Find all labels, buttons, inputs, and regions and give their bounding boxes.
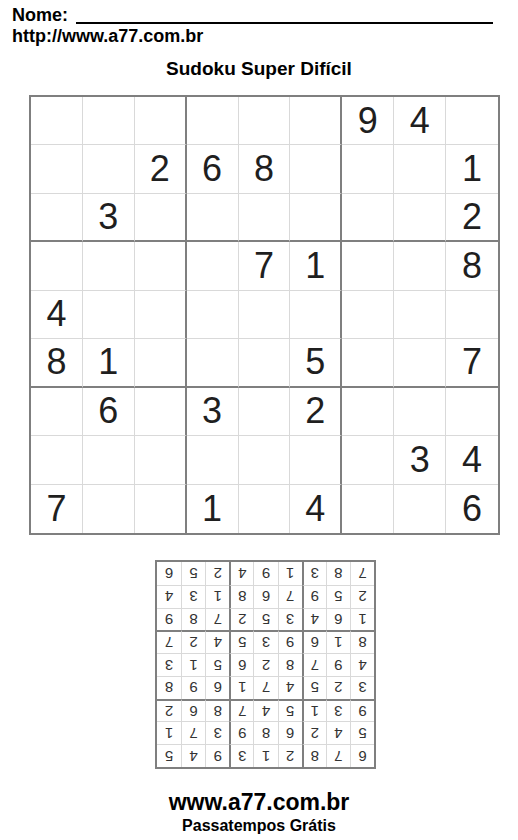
puzzle-cell-r5c4 xyxy=(187,291,239,339)
puzzle-cell-r2c7 xyxy=(342,145,394,193)
puzzle-cell-r9c4: 1 xyxy=(187,485,239,533)
puzzle-cell-r6c2: 1 xyxy=(83,339,135,387)
solution-cell-r2c8: 7 xyxy=(181,721,205,744)
solution-cell-r4c6: 1 xyxy=(229,676,253,699)
solution-cell-r8c5: 6 xyxy=(253,585,277,608)
puzzle-cell-r8c5 xyxy=(239,436,291,484)
solution-cell-r4c7: 6 xyxy=(205,676,229,699)
solution-cell-r1c9: 5 xyxy=(157,744,181,767)
name-row: Nome: xyxy=(12,5,493,26)
puzzle-cell-r7c6: 2 xyxy=(290,388,342,436)
solution-cell-r3c4: 5 xyxy=(278,699,302,722)
puzzle-cell-r3c1 xyxy=(31,194,83,242)
solution-cell-r7c6: 2 xyxy=(229,608,253,631)
solution-cell-r6c8: 2 xyxy=(181,630,205,653)
site-url: http://www.a77.com.br xyxy=(12,26,203,47)
solution-cell-r7c9: 9 xyxy=(157,608,181,631)
solution-cell-r4c4: 4 xyxy=(278,676,302,699)
solution-cell-r8c3: 9 xyxy=(302,585,326,608)
solution-cell-r5c4: 8 xyxy=(278,653,302,676)
solution-cell-r9c7: 2 xyxy=(205,562,229,585)
solution-cell-r3c7: 8 xyxy=(205,699,229,722)
puzzle-cell-r1c9 xyxy=(446,97,498,145)
puzzle-cell-r9c5 xyxy=(239,485,291,533)
solution-cell-r2c9: 1 xyxy=(157,721,181,744)
solution-cell-r7c4: 3 xyxy=(278,608,302,631)
solution-cell-r1c8: 4 xyxy=(181,744,205,767)
puzzle-cell-r6c4 xyxy=(187,339,239,387)
puzzle-cell-r2c9: 1 xyxy=(446,145,498,193)
puzzle-cell-r3c7 xyxy=(342,194,394,242)
puzzle-cell-r7c4: 3 xyxy=(187,388,239,436)
solution-cell-r3c9: 2 xyxy=(157,699,181,722)
puzzle-cell-r8c1 xyxy=(31,436,83,484)
puzzle-cell-r7c9 xyxy=(446,388,498,436)
solution-cell-r2c1: 5 xyxy=(350,721,374,744)
puzzle-cell-r1c1 xyxy=(31,97,83,145)
puzzle-cell-r7c5 xyxy=(239,388,291,436)
solution-cell-r2c4: 6 xyxy=(278,721,302,744)
puzzle-cell-r8c7 xyxy=(342,436,394,484)
puzzle-cell-r9c9: 6 xyxy=(446,485,498,533)
puzzle-cell-r3c5 xyxy=(239,194,291,242)
solution-cell-r7c1: 1 xyxy=(350,608,374,631)
puzzle-cell-r8c9: 4 xyxy=(446,436,498,484)
page-title: Sudoku Super Difícil xyxy=(0,58,518,80)
solution-cell-r7c8: 8 xyxy=(181,608,205,631)
puzzle-cell-r9c3 xyxy=(135,485,187,533)
solution-cell-r6c6: 5 xyxy=(229,630,253,653)
puzzle-cell-r8c4 xyxy=(187,436,239,484)
solution-cell-r6c4: 9 xyxy=(278,630,302,653)
puzzle-cell-r5c6 xyxy=(290,291,342,339)
puzzle-cell-r3c9: 2 xyxy=(446,194,498,242)
solution-cell-r2c5: 8 xyxy=(253,721,277,744)
solution-cell-r8c7: 1 xyxy=(205,585,229,608)
solution-cell-r4c2: 2 xyxy=(326,676,350,699)
solution-cell-r4c9: 8 xyxy=(157,676,181,699)
solution-cell-r4c3: 5 xyxy=(302,676,326,699)
puzzle-cell-r5c5 xyxy=(239,291,291,339)
solution-cell-r5c2: 9 xyxy=(326,653,350,676)
puzzle-cell-r5c3 xyxy=(135,291,187,339)
puzzle-cell-r5c2 xyxy=(83,291,135,339)
puzzle-cell-r9c7 xyxy=(342,485,394,533)
puzzle-cell-r8c6 xyxy=(290,436,342,484)
puzzle-cell-r9c1: 7 xyxy=(31,485,83,533)
solution-cell-r2c2: 4 xyxy=(326,721,350,744)
solution-cell-r9c3: 3 xyxy=(302,562,326,585)
solution-cell-r1c6: 3 xyxy=(229,744,253,767)
puzzle-cell-r1c3 xyxy=(135,97,187,145)
solution-cell-r5c5: 2 xyxy=(253,653,277,676)
puzzle-cell-r8c3 xyxy=(135,436,187,484)
puzzle-cell-r4c3 xyxy=(135,242,187,290)
puzzle-cell-r1c6 xyxy=(290,97,342,145)
solution-cell-r6c7: 4 xyxy=(205,630,229,653)
puzzle-cell-r5c7 xyxy=(342,291,394,339)
footer-site: www.a77.com.br xyxy=(0,789,518,816)
solution-cell-r9c1: 7 xyxy=(350,562,374,585)
puzzle-cell-r1c4 xyxy=(187,97,239,145)
solution-cell-r1c1: 6 xyxy=(350,744,374,767)
solution-cell-r7c5: 5 xyxy=(253,608,277,631)
solution-cell-r9c5: 9 xyxy=(253,562,277,585)
puzzle-cell-r3c8 xyxy=(394,194,446,242)
puzzle-cell-r4c6: 1 xyxy=(290,242,342,290)
solution-cell-r8c4: 7 xyxy=(278,585,302,608)
puzzle-cell-r6c3 xyxy=(135,339,187,387)
solution-cell-r7c7: 7 xyxy=(205,608,229,631)
puzzle-cell-r7c3 xyxy=(135,388,187,436)
puzzle-cell-r6c6: 5 xyxy=(290,339,342,387)
solution-cell-r8c9: 4 xyxy=(157,585,181,608)
solution-cell-r5c8: 1 xyxy=(181,653,205,676)
puzzle-cell-r4c2 xyxy=(83,242,135,290)
solution-cell-r5c6: 6 xyxy=(229,653,253,676)
sudoku-solution-grid-rotated: 6782139455426893719315478623254716984978… xyxy=(155,560,376,769)
puzzle-cell-r2c5: 8 xyxy=(239,145,291,193)
solution-cell-r4c8: 9 xyxy=(181,676,205,699)
solution-cell-r1c7: 9 xyxy=(205,744,229,767)
puzzle-cell-r5c1: 4 xyxy=(31,291,83,339)
puzzle-cell-r7c8 xyxy=(394,388,446,436)
solution-cell-r1c5: 1 xyxy=(253,744,277,767)
solution-cell-r3c3: 1 xyxy=(302,699,326,722)
puzzle-cell-r4c1 xyxy=(31,242,83,290)
puzzle-cell-r9c8 xyxy=(394,485,446,533)
solution-cell-r1c2: 7 xyxy=(326,744,350,767)
solution-cell-r9c9: 6 xyxy=(157,562,181,585)
puzzle-cell-r4c7 xyxy=(342,242,394,290)
name-fill-line xyxy=(76,5,493,24)
puzzle-cell-r2c3: 2 xyxy=(135,145,187,193)
puzzle-cell-r3c4 xyxy=(187,194,239,242)
puzzle-cell-r4c9: 8 xyxy=(446,242,498,290)
solution-cell-r3c5: 4 xyxy=(253,699,277,722)
puzzle-cell-r2c8 xyxy=(394,145,446,193)
puzzle-cell-r5c8 xyxy=(394,291,446,339)
puzzle-cell-r5c9 xyxy=(446,291,498,339)
sudoku-page: Nome: http://www.a77.com.br Sudoku Super… xyxy=(0,0,518,840)
footer-tagline: Passatempos Grátis xyxy=(0,817,518,835)
solution-cell-r3c6: 7 xyxy=(229,699,253,722)
solution-cell-r7c3: 4 xyxy=(302,608,326,631)
solution-cell-r8c1: 2 xyxy=(350,585,374,608)
solution-cell-r5c9: 3 xyxy=(157,653,181,676)
puzzle-cell-r2c2 xyxy=(83,145,135,193)
solution-cell-r9c6: 4 xyxy=(229,562,253,585)
puzzle-cell-r1c5 xyxy=(239,97,291,145)
solution-cell-r8c8: 3 xyxy=(181,585,205,608)
solution-cell-r4c1: 3 xyxy=(350,676,374,699)
puzzle-cell-r6c8 xyxy=(394,339,446,387)
solution-cell-r8c2: 5 xyxy=(326,585,350,608)
solution-cell-r3c1: 9 xyxy=(350,699,374,722)
solution-cell-r2c7: 3 xyxy=(205,721,229,744)
puzzle-cell-r8c8: 3 xyxy=(394,436,446,484)
solution-cell-r6c2: 1 xyxy=(326,630,350,653)
solution-cell-r1c4: 2 xyxy=(278,744,302,767)
puzzle-cell-r7c2: 6 xyxy=(83,388,135,436)
puzzle-cell-r9c6: 4 xyxy=(290,485,342,533)
puzzle-cell-r3c2: 3 xyxy=(83,194,135,242)
puzzle-cell-r4c4 xyxy=(187,242,239,290)
solution-cell-r3c2: 3 xyxy=(326,699,350,722)
puzzle-cell-r6c1: 8 xyxy=(31,339,83,387)
puzzle-cell-r1c2 xyxy=(83,97,135,145)
solution-cell-r5c1: 4 xyxy=(350,653,374,676)
solution-cell-r5c7: 5 xyxy=(205,653,229,676)
puzzle-cell-r3c6 xyxy=(290,194,342,242)
sudoku-puzzle-grid: 9426813271848157632347146 xyxy=(29,95,500,535)
solution-cell-r9c2: 8 xyxy=(326,562,350,585)
solution-cell-r6c5: 3 xyxy=(253,630,277,653)
solution-cell-r6c1: 8 xyxy=(350,630,374,653)
puzzle-cell-r2c6 xyxy=(290,145,342,193)
name-label: Nome: xyxy=(12,5,68,26)
puzzle-cell-r4c5: 7 xyxy=(239,242,291,290)
solution-cell-r9c4: 1 xyxy=(278,562,302,585)
solution-cell-r4c5: 7 xyxy=(253,676,277,699)
puzzle-cell-r6c5 xyxy=(239,339,291,387)
puzzle-cell-r2c4: 6 xyxy=(187,145,239,193)
puzzle-cell-r7c7 xyxy=(342,388,394,436)
solution-cell-r5c3: 7 xyxy=(302,653,326,676)
puzzle-cell-r7c1 xyxy=(31,388,83,436)
solution-cell-r8c6: 8 xyxy=(229,585,253,608)
puzzle-cell-r1c7: 9 xyxy=(342,97,394,145)
solution-cell-r3c8: 6 xyxy=(181,699,205,722)
solution-cell-r9c8: 5 xyxy=(181,562,205,585)
solution-cell-r6c3: 6 xyxy=(302,630,326,653)
solution-cell-r6c9: 7 xyxy=(157,630,181,653)
puzzle-cell-r3c3 xyxy=(135,194,187,242)
puzzle-cell-r9c2 xyxy=(83,485,135,533)
puzzle-cell-r6c7 xyxy=(342,339,394,387)
puzzle-cell-r1c8: 4 xyxy=(394,97,446,145)
puzzle-cell-r6c9: 7 xyxy=(446,339,498,387)
solution-cell-r7c2: 6 xyxy=(326,608,350,631)
solution-cell-r2c6: 9 xyxy=(229,721,253,744)
puzzle-cell-r8c2 xyxy=(83,436,135,484)
puzzle-cell-r2c1 xyxy=(31,145,83,193)
solution-cell-r1c3: 8 xyxy=(302,744,326,767)
solution-cell-r2c3: 2 xyxy=(302,721,326,744)
puzzle-cell-r4c8 xyxy=(394,242,446,290)
